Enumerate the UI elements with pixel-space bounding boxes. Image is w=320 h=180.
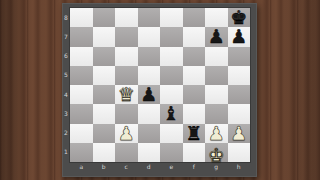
square-e6[interactable]	[160, 47, 183, 66]
square-c2[interactable]: ♟	[115, 124, 138, 143]
square-f7[interactable]	[183, 27, 206, 46]
rank-label-5: 5	[62, 66, 70, 85]
square-h4[interactable]	[228, 85, 251, 104]
rank-label-6: 6	[62, 47, 70, 66]
black-pawn[interactable]: ♟	[230, 27, 247, 46]
wood-background: 87654321 ♚♟♟♛♟♝♟♜♟♟♚ abcdefgh	[0, 0, 320, 180]
square-b6[interactable]	[93, 47, 116, 66]
square-g5[interactable]	[205, 66, 228, 85]
square-h6[interactable]	[228, 47, 251, 66]
square-h7[interactable]: ♟	[228, 27, 251, 46]
black-bishop[interactable]: ♝	[163, 104, 180, 123]
square-b2[interactable]	[93, 124, 116, 143]
square-d7[interactable]	[138, 27, 161, 46]
square-g7[interactable]: ♟	[205, 27, 228, 46]
square-c1[interactable]	[115, 143, 138, 162]
rank-label-2: 2	[62, 124, 70, 143]
rank-label-3: 3	[62, 104, 70, 123]
file-label-c: c	[115, 164, 138, 170]
square-g3[interactable]	[205, 104, 228, 123]
white-pawn[interactable]: ♟	[230, 124, 247, 143]
square-b5[interactable]	[93, 66, 116, 85]
square-d1[interactable]	[138, 143, 161, 162]
square-c7[interactable]	[115, 27, 138, 46]
square-h1[interactable]	[228, 143, 251, 162]
square-d2[interactable]	[138, 124, 161, 143]
board-grid: ♚♟♟♛♟♝♟♜♟♟♚	[70, 8, 250, 162]
square-a6[interactable]	[70, 47, 93, 66]
square-a5[interactable]	[70, 66, 93, 85]
square-a4[interactable]	[70, 85, 93, 104]
square-h2[interactable]: ♟	[228, 124, 251, 143]
square-f1[interactable]	[183, 143, 206, 162]
white-pawn[interactable]: ♟	[208, 124, 225, 143]
rank-label-1: 1	[62, 143, 70, 162]
square-g8[interactable]	[205, 8, 228, 27]
white-pawn[interactable]: ♟	[118, 124, 135, 143]
file-label-f: f	[183, 164, 206, 170]
rank-label-4: 4	[62, 85, 70, 104]
square-a8[interactable]	[70, 8, 93, 27]
square-f5[interactable]	[183, 66, 206, 85]
square-d8[interactable]	[138, 8, 161, 27]
square-d6[interactable]	[138, 47, 161, 66]
square-g4[interactable]	[205, 85, 228, 104]
square-a3[interactable]	[70, 104, 93, 123]
square-b7[interactable]	[93, 27, 116, 46]
square-c5[interactable]	[115, 66, 138, 85]
square-b1[interactable]	[93, 143, 116, 162]
square-b8[interactable]	[93, 8, 116, 27]
square-f6[interactable]	[183, 47, 206, 66]
square-b4[interactable]	[93, 85, 116, 104]
rank-label-8: 8	[62, 8, 70, 27]
square-g2[interactable]: ♟	[205, 124, 228, 143]
square-e1[interactable]	[160, 143, 183, 162]
square-c6[interactable]	[115, 47, 138, 66]
file-label-e: e	[160, 164, 183, 170]
rank-labels: 87654321	[62, 8, 70, 162]
square-d5[interactable]	[138, 66, 161, 85]
square-h5[interactable]	[228, 66, 251, 85]
square-c4[interactable]: ♛	[115, 85, 138, 104]
square-a2[interactable]	[70, 124, 93, 143]
black-king[interactable]: ♚	[230, 8, 247, 27]
square-h3[interactable]	[228, 104, 251, 123]
white-queen[interactable]: ♛	[118, 85, 135, 104]
black-pawn[interactable]: ♟	[208, 27, 225, 46]
square-e4[interactable]	[160, 85, 183, 104]
square-e7[interactable]	[160, 27, 183, 46]
file-label-h: h	[228, 164, 251, 170]
square-f2[interactable]: ♜	[183, 124, 206, 143]
file-label-a: a	[70, 164, 93, 170]
square-d4[interactable]: ♟	[138, 85, 161, 104]
square-f3[interactable]	[183, 104, 206, 123]
square-c3[interactable]	[115, 104, 138, 123]
square-e8[interactable]	[160, 8, 183, 27]
square-d3[interactable]	[138, 104, 161, 123]
square-g1[interactable]: ♚	[205, 143, 228, 162]
square-e2[interactable]	[160, 124, 183, 143]
square-e3[interactable]: ♝	[160, 104, 183, 123]
square-f8[interactable]	[183, 8, 206, 27]
file-label-d: d	[138, 164, 161, 170]
white-king[interactable]: ♚	[208, 146, 225, 165]
square-g6[interactable]	[205, 47, 228, 66]
square-b3[interactable]	[93, 104, 116, 123]
black-rook[interactable]: ♜	[185, 124, 202, 143]
square-a7[interactable]	[70, 27, 93, 46]
file-label-b: b	[93, 164, 116, 170]
square-h8[interactable]: ♚	[228, 8, 251, 27]
square-f4[interactable]	[183, 85, 206, 104]
chess-board: 87654321 ♚♟♟♛♟♝♟♜♟♟♚ abcdefgh	[62, 3, 257, 177]
square-e5[interactable]	[160, 66, 183, 85]
square-c8[interactable]	[115, 8, 138, 27]
black-pawn[interactable]: ♟	[140, 85, 157, 104]
square-a1[interactable]	[70, 143, 93, 162]
rank-label-7: 7	[62, 27, 70, 46]
